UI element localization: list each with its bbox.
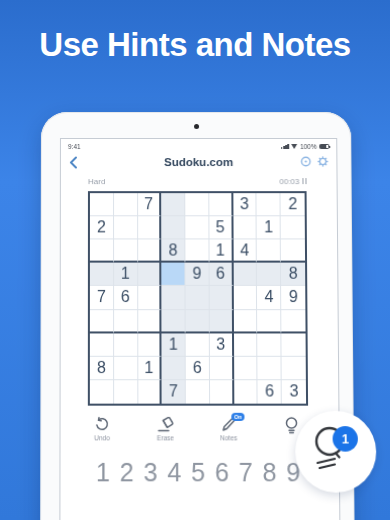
cell-r3c9[interactable]: [281, 240, 305, 263]
cell-r2c1[interactable]: 2: [90, 216, 114, 239]
cell-r4c6[interactable]: 6: [209, 263, 233, 286]
cell-r2c9[interactable]: [281, 216, 305, 239]
difficulty-label[interactable]: Hard: [88, 177, 105, 186]
cell-r9c3[interactable]: [138, 380, 162, 404]
wifi-icon: [292, 144, 298, 149]
cell-r4c2[interactable]: 1: [114, 263, 138, 286]
cell-r7c3[interactable]: [138, 333, 162, 356]
cell-r6c2[interactable]: [114, 310, 138, 333]
cell-r9c5[interactable]: [186, 380, 210, 404]
battery-icon: [319, 144, 329, 149]
status-indicators: 100%: [281, 143, 329, 150]
headline: Use Hints and Notes: [0, 26, 390, 64]
chevron-left-icon: [69, 156, 78, 169]
front-camera-icon: [194, 124, 199, 129]
numpad-8[interactable]: 8: [262, 458, 276, 488]
cell-r2c2[interactable]: [114, 216, 138, 239]
cell-r4c1[interactable]: [90, 263, 114, 286]
timer: 00:03: [279, 177, 306, 186]
promo-screenshot: { "game": { "name": "sudoku", "app": "Su…: [0, 0, 390, 520]
cell-r1c9[interactable]: 2: [281, 193, 305, 216]
cell-r8c2[interactable]: [114, 357, 138, 381]
undo-button[interactable]: Undo: [85, 417, 119, 442]
cell-r6c4[interactable]: [162, 310, 186, 333]
app-title: Sudoku.com: [61, 156, 337, 168]
cell-r7c2[interactable]: [114, 333, 138, 356]
cell-r3c3[interactable]: [138, 240, 162, 263]
status-bar: 9:41 100%: [61, 139, 336, 151]
cell-r4c9[interactable]: 8: [281, 263, 305, 286]
cell-r6c8[interactable]: [257, 310, 281, 333]
status-time: 9:41: [68, 143, 81, 150]
cell-r2c6[interactable]: 5: [209, 216, 233, 239]
cell-r6c5[interactable]: [186, 310, 210, 333]
cell-r9c6[interactable]: [210, 380, 234, 404]
cell-r9c2[interactable]: [114, 380, 138, 404]
cell-r4c7[interactable]: [233, 263, 257, 286]
tablet-device: 9:41 100% Sudoku.com: [40, 112, 355, 520]
cell-r1c2[interactable]: [114, 193, 138, 216]
cell-r9c8[interactable]: 6: [258, 380, 282, 404]
theme-button[interactable]: [300, 153, 311, 171]
cell-r1c3[interactable]: 7: [138, 193, 162, 216]
undo-arrow-icon: [94, 417, 110, 432]
cell-r9c9[interactable]: 3: [282, 380, 306, 404]
signal-icon: [281, 144, 289, 149]
cell-r8c8[interactable]: [258, 357, 282, 381]
cell-r1c6[interactable]: [209, 193, 233, 216]
cell-r4c4[interactable]: [162, 263, 186, 286]
cell-r3c4[interactable]: 8: [162, 240, 186, 263]
gear-icon: [317, 156, 328, 167]
notes-on-badge: On: [231, 413, 245, 421]
cell-r2c7[interactable]: [233, 216, 257, 239]
cell-r4c8[interactable]: [257, 263, 281, 286]
cell-r8c9[interactable]: [282, 357, 306, 381]
pause-icon[interactable]: [302, 178, 306, 184]
cell-r7c6[interactable]: 3: [210, 333, 234, 356]
app-header: Sudoku.com: [61, 152, 337, 172]
back-button[interactable]: [69, 156, 78, 169]
tablet-wrap: 9:41 100% Sudoku.com: [40, 112, 355, 520]
cell-r3c5[interactable]: [185, 240, 209, 263]
cell-r8c4[interactable]: [162, 357, 186, 381]
numpad-6[interactable]: 6: [215, 458, 229, 488]
battery-percent: 100%: [300, 143, 317, 150]
cell-r5c4[interactable]: [162, 286, 186, 309]
cell-r6c3[interactable]: [138, 310, 162, 333]
cell-r7c4[interactable]: 1: [162, 333, 186, 356]
cell-r2c3[interactable]: [138, 216, 162, 239]
cell-r5c1[interactable]: 7: [90, 286, 114, 309]
cell-r8c5[interactable]: 6: [186, 357, 210, 381]
notes-button[interactable]: On Notes: [211, 417, 245, 442]
cell-r4c3[interactable]: [138, 263, 162, 286]
cell-r5c6[interactable]: [210, 286, 234, 309]
cell-r3c8[interactable]: [257, 240, 281, 263]
header-icons: [300, 153, 328, 171]
palette-icon: [300, 156, 311, 167]
cell-r7c7[interactable]: [234, 333, 258, 356]
cell-r9c4[interactable]: 7: [162, 380, 186, 404]
numpad-7[interactable]: 7: [239, 458, 253, 488]
notes-label: Notes: [220, 434, 237, 441]
cell-r8c7[interactable]: [234, 357, 258, 381]
cell-r5c7[interactable]: [233, 286, 257, 309]
toolbar: Undo Erase On Notes: [85, 417, 310, 442]
cell-r1c8[interactable]: [257, 193, 281, 216]
cell-r1c7[interactable]: 3: [233, 193, 257, 216]
cell-r3c2[interactable]: [114, 240, 138, 263]
cell-r2c4[interactable]: [162, 216, 186, 239]
cell-r8c1[interactable]: 8: [90, 357, 114, 381]
cell-r6c7[interactable]: [234, 310, 258, 333]
cell-r3c1[interactable]: [90, 240, 114, 263]
lightbulb-icon: [295, 411, 377, 493]
cell-r1c5[interactable]: [185, 193, 209, 216]
settings-button[interactable]: [317, 153, 328, 171]
cell-r7c5[interactable]: [186, 333, 210, 356]
cell-r4c5[interactable]: 9: [186, 263, 210, 286]
eraser-icon: [157, 417, 174, 432]
cell-r5c5[interactable]: [186, 286, 210, 309]
numpad-1[interactable]: 1: [96, 458, 110, 488]
cell-r6c9[interactable]: [281, 310, 305, 333]
cell-r8c3[interactable]: 1: [138, 357, 162, 381]
undo-label: Undo: [94, 434, 110, 441]
numpad-5[interactable]: 5: [191, 458, 205, 488]
cell-r3c6[interactable]: 1: [209, 240, 233, 263]
cell-r9c7[interactable]: [234, 380, 258, 404]
game-info-row: Hard 00:03: [88, 176, 307, 186]
erase-button[interactable]: Erase: [148, 417, 182, 442]
cell-r5c8[interactable]: 4: [257, 286, 281, 309]
numpad-3[interactable]: 3: [143, 458, 157, 488]
numpad-2[interactable]: 2: [120, 458, 134, 488]
number-pad: 123456789: [88, 458, 309, 488]
cell-r5c9[interactable]: 9: [281, 286, 305, 309]
cell-r8c6[interactable]: [210, 357, 234, 381]
cell-r9c1[interactable]: [90, 380, 114, 404]
cell-r3c7[interactable]: 4: [233, 240, 257, 263]
cell-r7c8[interactable]: [258, 333, 282, 356]
cell-r1c4[interactable]: [161, 193, 185, 216]
cell-r6c1[interactable]: [90, 310, 114, 333]
cell-r2c5[interactable]: [185, 216, 209, 239]
cell-r7c1[interactable]: [90, 333, 114, 356]
timer-value: 00:03: [279, 177, 299, 186]
erase-label: Erase: [157, 434, 174, 441]
numpad-4[interactable]: 4: [167, 458, 181, 488]
cell-r2c8[interactable]: 1: [257, 216, 281, 239]
sudoku-board: 7322518141968764913816763: [88, 191, 308, 406]
cell-r7c9[interactable]: [282, 333, 306, 356]
hint-button[interactable]: 1: [295, 411, 377, 493]
cell-r5c2[interactable]: 6: [114, 286, 138, 309]
cell-r1c1[interactable]: [90, 193, 114, 216]
cell-r5c3[interactable]: [138, 286, 162, 309]
cell-r6c6[interactable]: [210, 310, 234, 333]
hint-count-badge: 1: [332, 426, 357, 452]
